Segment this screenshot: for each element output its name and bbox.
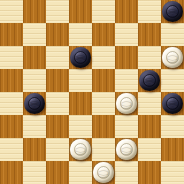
checkers-board: ⛂⛂⛀⛂⛂⛀⛂⛀⛀⛀ xyxy=(0,0,184,184)
white-man-e1[interactable]: ⛀ xyxy=(93,162,114,183)
piece-ring xyxy=(166,5,179,18)
square-c3[interactable] xyxy=(46,115,69,138)
square-a1[interactable] xyxy=(0,161,23,184)
square-e8 xyxy=(92,0,115,23)
square-e1[interactable]: ⛀ xyxy=(92,161,115,184)
square-g2 xyxy=(138,138,161,161)
square-c6 xyxy=(46,46,69,69)
square-c5[interactable] xyxy=(46,69,69,92)
square-a7[interactable] xyxy=(0,23,23,46)
square-e2 xyxy=(92,138,115,161)
square-e5[interactable] xyxy=(92,69,115,92)
square-f1 xyxy=(115,161,138,184)
square-a8 xyxy=(0,0,23,23)
square-f4[interactable]: ⛀ xyxy=(115,92,138,115)
square-c4 xyxy=(46,92,69,115)
square-h1 xyxy=(161,161,184,184)
square-a6 xyxy=(0,46,23,69)
black-man-h4[interactable]: ⛂ xyxy=(162,93,183,114)
square-g5[interactable]: ⛂ xyxy=(138,69,161,92)
square-e4 xyxy=(92,92,115,115)
square-e7[interactable] xyxy=(92,23,115,46)
square-a3[interactable] xyxy=(0,115,23,138)
white-man-d2[interactable]: ⛀ xyxy=(70,139,91,160)
black-man-b4[interactable]: ⛂ xyxy=(24,93,45,114)
square-h2[interactable] xyxy=(161,138,184,161)
piece-ring xyxy=(28,97,41,110)
black-man-d6[interactable]: ⛂ xyxy=(70,47,91,68)
piece-ring xyxy=(120,97,133,110)
square-h3 xyxy=(161,115,184,138)
square-g8 xyxy=(138,0,161,23)
square-a4 xyxy=(0,92,23,115)
square-c8 xyxy=(46,0,69,23)
square-f7 xyxy=(115,23,138,46)
square-h8[interactable]: ⛂ xyxy=(161,0,184,23)
square-f6[interactable] xyxy=(115,46,138,69)
square-c7[interactable] xyxy=(46,23,69,46)
square-b8[interactable] xyxy=(23,0,46,23)
square-h5 xyxy=(161,69,184,92)
square-c1[interactable] xyxy=(46,161,69,184)
square-c2 xyxy=(46,138,69,161)
piece-ring xyxy=(166,97,179,110)
square-b7 xyxy=(23,23,46,46)
piece-ring xyxy=(120,143,133,156)
square-h4[interactable]: ⛂ xyxy=(161,92,184,115)
square-f8[interactable] xyxy=(115,0,138,23)
square-b6[interactable] xyxy=(23,46,46,69)
piece-ring xyxy=(74,51,87,64)
square-a2 xyxy=(0,138,23,161)
square-g6 xyxy=(138,46,161,69)
square-d5 xyxy=(69,69,92,92)
square-d3 xyxy=(69,115,92,138)
piece-ring xyxy=(166,51,179,64)
piece-ring xyxy=(74,143,87,156)
square-g7[interactable] xyxy=(138,23,161,46)
square-d4[interactable] xyxy=(69,92,92,115)
square-g4 xyxy=(138,92,161,115)
square-d2[interactable]: ⛀ xyxy=(69,138,92,161)
square-g3[interactable] xyxy=(138,115,161,138)
square-e3[interactable] xyxy=(92,115,115,138)
square-h6[interactable]: ⛀ xyxy=(161,46,184,69)
black-man-h8[interactable]: ⛂ xyxy=(162,1,183,22)
white-man-f2[interactable]: ⛀ xyxy=(116,139,137,160)
square-b2[interactable] xyxy=(23,138,46,161)
piece-ring xyxy=(97,166,110,179)
square-f3 xyxy=(115,115,138,138)
square-b3 xyxy=(23,115,46,138)
white-man-f4[interactable]: ⛀ xyxy=(116,93,137,114)
square-f5 xyxy=(115,69,138,92)
square-d1 xyxy=(69,161,92,184)
square-d6[interactable]: ⛂ xyxy=(69,46,92,69)
square-f2[interactable]: ⛀ xyxy=(115,138,138,161)
square-g1[interactable] xyxy=(138,161,161,184)
square-e6 xyxy=(92,46,115,69)
square-b1 xyxy=(23,161,46,184)
square-b5 xyxy=(23,69,46,92)
square-h7 xyxy=(161,23,184,46)
black-man-g5[interactable]: ⛂ xyxy=(139,70,160,91)
square-d7 xyxy=(69,23,92,46)
square-a5[interactable] xyxy=(0,69,23,92)
piece-ring xyxy=(143,74,156,87)
square-b4[interactable]: ⛂ xyxy=(23,92,46,115)
white-man-h6[interactable]: ⛀ xyxy=(162,47,183,68)
square-d8[interactable] xyxy=(69,0,92,23)
